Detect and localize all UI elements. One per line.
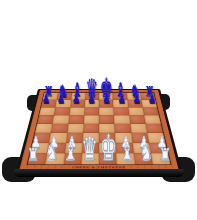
piece-clear-rook-h1[interactable]: ♜ bbox=[158, 145, 172, 160]
piece-blue-pawn-d7[interactable]: ♟ bbox=[87, 92, 96, 103]
square-f6[interactable] bbox=[113, 107, 128, 115]
king-glyph: ♚ bbox=[100, 130, 117, 166]
piece-clear-knight-g1[interactable]: ♞ bbox=[139, 143, 154, 160]
square-a6[interactable] bbox=[39, 107, 55, 115]
piece-blue-pawn-c7[interactable]: ♟ bbox=[72, 92, 81, 103]
square-e5[interactable] bbox=[99, 115, 114, 124]
queen-glyph: ♛ bbox=[81, 133, 97, 165]
pawn-glyph: ♟ bbox=[118, 93, 126, 105]
piece-blue-pawn-e7[interactable]: ♟ bbox=[102, 92, 111, 103]
pawn-glyph: ♟ bbox=[87, 93, 95, 105]
square-b4[interactable] bbox=[51, 124, 68, 133]
square-g4[interactable] bbox=[130, 124, 147, 133]
square-h6[interactable] bbox=[142, 107, 158, 115]
square-a5[interactable] bbox=[37, 115, 54, 124]
rook-glyph: ♜ bbox=[27, 145, 40, 163]
piece-clear-knight-b1[interactable]: ♞ bbox=[44, 143, 59, 160]
square-b5[interactable] bbox=[53, 115, 69, 124]
piece-blue-pawn-b7[interactable]: ♟ bbox=[57, 92, 66, 103]
piece-clear-bishop-c1[interactable]: ♝ bbox=[63, 140, 79, 160]
square-b6[interactable] bbox=[54, 107, 70, 115]
pawn-glyph: ♟ bbox=[148, 93, 156, 105]
piece-blue-pawn-g7[interactable]: ♟ bbox=[132, 92, 141, 103]
square-h4[interactable] bbox=[145, 124, 163, 133]
square-d5[interactable] bbox=[84, 115, 99, 124]
square-c6[interactable] bbox=[69, 107, 84, 115]
pawn-glyph: ♟ bbox=[42, 93, 50, 105]
knight-glyph: ♞ bbox=[139, 143, 152, 163]
square-h5[interactable] bbox=[144, 115, 161, 124]
square-d6[interactable] bbox=[84, 107, 99, 115]
board-front-edge bbox=[14, 169, 184, 177]
piece-blue-pawn-f7[interactable]: ♟ bbox=[117, 92, 126, 103]
pawn-glyph: ♟ bbox=[72, 93, 80, 105]
pawn-glyph: ♟ bbox=[57, 93, 65, 105]
piece-clear-queen-d1[interactable]: ♛ bbox=[81, 134, 99, 160]
chess-set-photo: CHESS & CHECKERS ♜♞♝♛♚♝♞♜♟♟♟♟♟♟♟♟♟♟♟♟♟♟♟… bbox=[0, 0, 197, 220]
square-g6[interactable] bbox=[128, 107, 144, 115]
piece-blue-pawn-h7[interactable]: ♟ bbox=[148, 92, 157, 103]
square-g5[interactable] bbox=[129, 115, 145, 124]
pawn-glyph: ♟ bbox=[133, 93, 141, 105]
piece-blue-pawn-a7[interactable]: ♟ bbox=[42, 92, 51, 103]
square-e6[interactable] bbox=[99, 107, 114, 115]
bishop-glyph: ♝ bbox=[64, 140, 78, 164]
piece-clear-king-e1[interactable]: ♚ bbox=[99, 132, 118, 160]
rook-glyph: ♜ bbox=[159, 145, 172, 163]
piece-clear-rook-a1[interactable]: ♜ bbox=[26, 145, 40, 160]
piece-clear-bishop-f1[interactable]: ♝ bbox=[120, 140, 136, 160]
square-c5[interactable] bbox=[68, 115, 84, 124]
square-f5[interactable] bbox=[114, 115, 130, 124]
knight-glyph: ♞ bbox=[45, 143, 58, 163]
bishop-glyph: ♝ bbox=[120, 140, 134, 164]
pawn-glyph: ♟ bbox=[103, 93, 111, 105]
square-a4[interactable] bbox=[35, 124, 53, 133]
